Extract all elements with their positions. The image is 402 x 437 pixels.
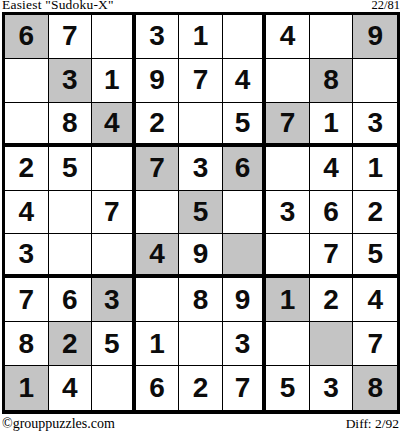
cell-r7c1: 7 — [5, 278, 49, 322]
cell-r3c5 — [179, 103, 223, 147]
cell-r4c5: 3 — [179, 147, 223, 191]
cell-r1c4: 3 — [136, 15, 180, 59]
cell-r3c9: 3 — [353, 103, 397, 147]
givens-counter: 22/81 — [372, 0, 400, 11]
cell-r2c7 — [266, 59, 310, 103]
cell-r9c7: 5 — [266, 366, 310, 410]
cell-r2c9 — [353, 59, 397, 103]
footer: ©grouppuzzles.com Diff: 2/92 — [2, 416, 399, 432]
cell-r6c3 — [92, 234, 136, 278]
cell-r7c7: 1 — [266, 278, 310, 322]
cell-r6c7 — [266, 234, 310, 278]
cell-r6c1: 3 — [5, 234, 49, 278]
cell-r1c3 — [92, 15, 136, 59]
cell-r7c6: 9 — [223, 278, 267, 322]
cell-r4c1: 2 — [5, 147, 49, 191]
cell-r5c9: 2 — [353, 191, 397, 235]
cell-r1c6 — [223, 15, 267, 59]
cell-r7c5: 8 — [179, 278, 223, 322]
cell-r3c6: 5 — [223, 103, 267, 147]
cell-r7c3: 3 — [92, 278, 136, 322]
cell-r7c8: 2 — [310, 278, 354, 322]
cell-r3c2: 8 — [49, 103, 93, 147]
cell-r9c9: 8 — [353, 366, 397, 410]
cell-r2c3: 1 — [92, 59, 136, 103]
cell-r9c1: 1 — [5, 366, 49, 410]
cell-r4c7 — [266, 147, 310, 191]
cell-r9c6: 7 — [223, 366, 267, 410]
cell-r3c1 — [5, 103, 49, 147]
cell-r4c2: 5 — [49, 147, 93, 191]
cell-r8c2: 2 — [49, 322, 93, 366]
cell-r1c2: 7 — [49, 15, 93, 59]
cell-r1c1: 6 — [5, 15, 49, 59]
cell-r6c8: 7 — [310, 234, 354, 278]
header: Easiest "Sudoku-X" 22/81 — [2, 0, 400, 11]
cell-r8c6: 3 — [223, 322, 267, 366]
cell-r9c5: 2 — [179, 366, 223, 410]
cell-r7c9: 4 — [353, 278, 397, 322]
cell-r9c4: 6 — [136, 366, 180, 410]
cell-r2c1 — [5, 59, 49, 103]
cell-r8c4: 1 — [136, 322, 180, 366]
cell-r1c8 — [310, 15, 354, 59]
cell-r9c2: 4 — [49, 366, 93, 410]
cell-r5c7: 3 — [266, 191, 310, 235]
cell-r4c9: 1 — [353, 147, 397, 191]
cell-r3c4: 2 — [136, 103, 180, 147]
cell-r8c3: 5 — [92, 322, 136, 366]
cell-r5c1: 4 — [5, 191, 49, 235]
cell-r9c3 — [92, 366, 136, 410]
cell-r6c6 — [223, 234, 267, 278]
cell-r6c5: 9 — [179, 234, 223, 278]
cell-r4c4: 7 — [136, 147, 180, 191]
cell-r8c8 — [310, 322, 354, 366]
cell-r1c7: 4 — [266, 15, 310, 59]
cell-r1c5: 1 — [179, 15, 223, 59]
cell-r3c3: 4 — [92, 103, 136, 147]
cell-r6c4: 4 — [136, 234, 180, 278]
cell-r6c2 — [49, 234, 93, 278]
puzzle-title: Easiest "Sudoku-X" — [2, 0, 114, 11]
cell-r3c8: 1 — [310, 103, 354, 147]
cell-r2c2: 3 — [49, 59, 93, 103]
cell-r8c5 — [179, 322, 223, 366]
cell-r1c9: 9 — [353, 15, 397, 59]
cell-r5c3: 7 — [92, 191, 136, 235]
cell-r4c8: 4 — [310, 147, 354, 191]
cell-r8c1: 8 — [5, 322, 49, 366]
cell-r5c6 — [223, 191, 267, 235]
cell-r5c2 — [49, 191, 93, 235]
cell-r5c8: 6 — [310, 191, 354, 235]
cell-r8c7 — [266, 322, 310, 366]
cell-r9c8: 3 — [310, 366, 354, 410]
cell-r2c6: 4 — [223, 59, 267, 103]
cell-r3c7: 7 — [266, 103, 310, 147]
cell-r5c5: 5 — [179, 191, 223, 235]
cell-r2c8: 8 — [310, 59, 354, 103]
sudoku-board: 6731493197488425713257364147536234975763… — [2, 12, 400, 414]
cell-r2c5: 7 — [179, 59, 223, 103]
cell-r2c4: 9 — [136, 59, 180, 103]
cell-r7c2: 6 — [49, 278, 93, 322]
cell-r4c6: 6 — [223, 147, 267, 191]
cell-r6c9: 5 — [353, 234, 397, 278]
cell-r7c4 — [136, 278, 180, 322]
difficulty-label: Diff: 2/92 — [346, 416, 399, 432]
cell-r4c3 — [92, 147, 136, 191]
copyright-text: ©grouppuzzles.com — [2, 416, 115, 432]
cell-r5c4 — [136, 191, 180, 235]
cell-r8c9: 7 — [353, 322, 397, 366]
